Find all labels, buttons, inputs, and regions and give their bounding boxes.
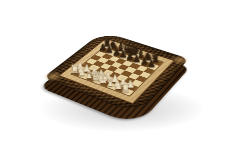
board-square: ♜ [122,88,134,95]
board-square [132,69,143,76]
chess-board: ♜♞♝♛♚♝♞♜♟♟♟♟♟♟♟♟♟♟♟♟♟♟♟♟♜♞♝♛♚♝♞♜ [70,44,164,97]
piece-white-rook: ♜ [117,82,134,94]
carving-highlight-right [167,53,193,68]
product-photo: ♜♞♝♛♚♝♞♜♟♟♟♟♟♟♟♟♟♟♟♟♟♟♟♟♜♞♝♛♚♝♞♜ [0,0,240,150]
piece-black-pawn: ♟ [143,59,159,69]
board-square: ♟ [148,64,159,70]
